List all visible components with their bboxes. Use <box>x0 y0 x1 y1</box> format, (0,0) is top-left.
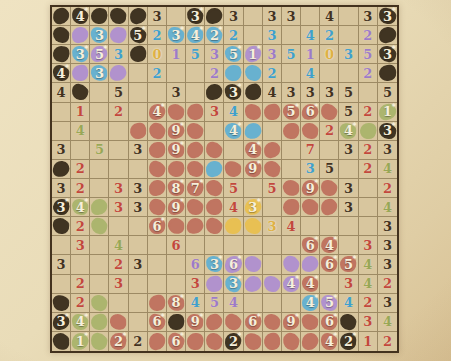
cell-r10-c8[interactable] <box>205 198 224 217</box>
cell-r8-c11[interactable] <box>263 160 282 179</box>
cell-r14-c9[interactable]: 3* <box>224 275 243 294</box>
cell-r5-c3[interactable]: 2 <box>109 103 128 122</box>
cell-r4-c8[interactable] <box>205 83 224 102</box>
cell-r7-c17[interactable]: 3 <box>378 141 397 160</box>
cell-r17-c10[interactable] <box>244 332 263 351</box>
cell-r9-c11[interactable]: 5 <box>263 179 282 198</box>
cell-r7-c15[interactable]: 3 <box>339 141 358 160</box>
cell-r12-c2[interactable] <box>90 236 109 255</box>
cell-r14-c2[interactable] <box>90 275 109 294</box>
cell-r4-c13[interactable]: 3 <box>301 83 320 102</box>
cell-r7-c13[interactable]: 7 <box>301 141 320 160</box>
cell-r16-c1[interactable]: 4* <box>71 313 90 332</box>
cell-r11-c8[interactable] <box>205 217 224 236</box>
cell-r13-c11[interactable] <box>263 255 282 274</box>
cell-r16-c17[interactable]: 4 <box>378 313 397 332</box>
cell-r4-c11[interactable]: 4 <box>263 83 282 102</box>
cell-r13-c7[interactable]: 6 <box>186 255 205 274</box>
cell-r1-c3[interactable] <box>109 26 128 45</box>
cell-r4-c7[interactable] <box>186 83 205 102</box>
cell-r6-c14[interactable]: 2 <box>320 122 339 141</box>
cell-r3-c17[interactable] <box>378 64 397 83</box>
cell-r10-c9[interactable]: 4 <box>224 198 243 217</box>
cell-r11-c16[interactable] <box>359 217 378 236</box>
cell-r6-c6[interactable]: 9* <box>167 122 186 141</box>
cell-r17-c0[interactable] <box>52 332 71 351</box>
cell-r10-c6[interactable]: 9* <box>167 198 186 217</box>
cell-r3-c7[interactable] <box>186 64 205 83</box>
cell-r1-c10[interactable] <box>244 26 263 45</box>
cell-r16-c7[interactable]: 9* <box>186 313 205 332</box>
cell-r16-c9[interactable] <box>224 313 243 332</box>
cell-r7-c16[interactable]: 2 <box>359 141 378 160</box>
cell-r5-c0[interactable] <box>52 103 71 122</box>
cell-r16-c3[interactable] <box>109 313 128 332</box>
cell-r14-c16[interactable]: 4 <box>359 275 378 294</box>
cell-r0-c8[interactable] <box>205 7 224 26</box>
cell-r5-c11[interactable] <box>263 103 282 122</box>
cell-r4-c0[interactable]: 4 <box>52 83 71 102</box>
cell-r11-c7[interactable] <box>186 217 205 236</box>
cell-r11-c13[interactable] <box>301 217 320 236</box>
cell-r2-c15[interactable]: 3 <box>339 45 358 64</box>
cell-r16-c12[interactable]: 9* <box>282 313 301 332</box>
cell-r1-c13[interactable]: 4 <box>301 26 320 45</box>
cell-r0-c1[interactable]: 4* <box>71 7 90 26</box>
cell-r11-c4[interactable] <box>129 217 148 236</box>
cell-r17-c14[interactable]: 4* <box>320 332 339 351</box>
cell-r9-c5[interactable] <box>148 179 167 198</box>
cell-r2-c6[interactable]: 1 <box>167 45 186 64</box>
cell-r8-c9[interactable] <box>224 160 243 179</box>
cell-r7-c2[interactable]: 5 <box>90 141 109 160</box>
cell-r4-c15[interactable]: 5 <box>339 83 358 102</box>
cell-r8-c4[interactable] <box>129 160 148 179</box>
cell-r11-c17[interactable]: 3 <box>378 217 397 236</box>
cell-r12-c12[interactable] <box>282 236 301 255</box>
cell-r2-c17[interactable]: 3* <box>378 45 397 64</box>
cell-r11-c9[interactable] <box>224 217 243 236</box>
cell-r5-c2[interactable] <box>90 103 109 122</box>
cell-r9-c3[interactable]: 3 <box>109 179 128 198</box>
cell-r3-c4[interactable] <box>129 64 148 83</box>
cell-r2-c11[interactable]: 3 <box>263 45 282 64</box>
cell-r13-c1[interactable] <box>71 255 90 274</box>
cell-r16-c5[interactable]: 6* <box>148 313 167 332</box>
cell-r12-c3[interactable]: 4 <box>109 236 128 255</box>
cell-r9-c12[interactable] <box>282 179 301 198</box>
cell-r17-c2[interactable] <box>90 332 109 351</box>
cell-r0-c10[interactable] <box>244 7 263 26</box>
cell-r10-c10[interactable]: 3* <box>244 198 263 217</box>
cell-r2-c16[interactable]: 5 <box>359 45 378 64</box>
cell-r3-c10[interactable] <box>244 64 263 83</box>
cell-r15-c16[interactable]: 2 <box>359 294 378 313</box>
cell-r3-c13[interactable]: 4 <box>301 64 320 83</box>
cell-r11-c5[interactable]: 6* <box>148 217 167 236</box>
cell-r9-c4[interactable]: 3 <box>129 179 148 198</box>
cell-r5-c9[interactable]: 4 <box>224 103 243 122</box>
cell-r12-c10[interactable] <box>244 236 263 255</box>
cell-r7-c8[interactable] <box>205 141 224 160</box>
cell-r11-c15[interactable] <box>339 217 358 236</box>
cell-r5-c1[interactable]: 1 <box>71 103 90 122</box>
cell-r1-c6[interactable]: 3* <box>167 26 186 45</box>
cell-r10-c11[interactable] <box>263 198 282 217</box>
cell-r14-c15[interactable]: 3 <box>339 275 358 294</box>
cell-r10-c4[interactable]: 3 <box>129 198 148 217</box>
cell-r8-c3[interactable] <box>109 160 128 179</box>
cell-r4-c12[interactable]: 3 <box>282 83 301 102</box>
cell-r8-c6[interactable] <box>167 160 186 179</box>
cell-r1-c15[interactable] <box>339 26 358 45</box>
cell-r2-c14[interactable]: 0 <box>320 45 339 64</box>
cell-r1-c16[interactable]: 2 <box>359 26 378 45</box>
cell-r12-c17[interactable]: 3 <box>378 236 397 255</box>
cell-r5-c13[interactable]: 6* <box>301 103 320 122</box>
cell-r0-c0[interactable] <box>52 7 71 26</box>
cell-r14-c1[interactable]: 2 <box>71 275 90 294</box>
cell-r3-c9[interactable] <box>224 64 243 83</box>
cell-r13-c6[interactable] <box>167 255 186 274</box>
cell-r9-c1[interactable]: 2 <box>71 179 90 198</box>
cell-r7-c12[interactable] <box>282 141 301 160</box>
cell-r3-c8[interactable]: 2 <box>205 64 224 83</box>
cell-r8-c16[interactable]: 2 <box>359 160 378 179</box>
cell-r16-c2[interactable] <box>90 313 109 332</box>
cell-r15-c6[interactable]: 8* <box>167 294 186 313</box>
cell-r12-c9[interactable] <box>224 236 243 255</box>
cell-r14-c7[interactable]: 3 <box>186 275 205 294</box>
cell-r13-c3[interactable]: 2 <box>109 255 128 274</box>
cell-r17-c7[interactable] <box>186 332 205 351</box>
cell-r0-c17[interactable]: 3* <box>378 7 397 26</box>
cell-r7-c4[interactable]: 3 <box>129 141 148 160</box>
cell-r6-c12[interactable] <box>282 122 301 141</box>
cell-r10-c14[interactable] <box>320 198 339 217</box>
cell-r0-c16[interactable]: 3 <box>359 7 378 26</box>
cell-r3-c2[interactable]: 3 <box>90 64 109 83</box>
cell-r15-c15[interactable]: 4 <box>339 294 358 313</box>
cell-r6-c2[interactable] <box>90 122 109 141</box>
cell-r5-c4[interactable] <box>129 103 148 122</box>
cell-r2-c1[interactable]: 3* <box>71 45 90 64</box>
cell-r12-c16[interactable]: 3 <box>359 236 378 255</box>
cell-r7-c1[interactable] <box>71 141 90 160</box>
cell-r8-c10[interactable]: 9* <box>244 160 263 179</box>
cell-r3-c16[interactable]: 2 <box>359 64 378 83</box>
cell-r2-c10[interactable]: 1* <box>244 45 263 64</box>
cell-r9-c14[interactable] <box>320 179 339 198</box>
cell-r15-c7[interactable]: 4 <box>186 294 205 313</box>
cell-r17-c16[interactable]: 1 <box>359 332 378 351</box>
cell-r9-c13[interactable]: 9* <box>301 179 320 198</box>
cell-r10-c5[interactable] <box>148 198 167 217</box>
cell-r6-c7[interactable] <box>186 122 205 141</box>
cell-r2-c3[interactable]: 3 <box>109 45 128 64</box>
cell-r1-c12[interactable] <box>282 26 301 45</box>
cell-r8-c15[interactable] <box>339 160 358 179</box>
cell-r12-c8[interactable] <box>205 236 224 255</box>
cell-r15-c4[interactable] <box>129 294 148 313</box>
cell-r1-c8[interactable]: 2* <box>205 26 224 45</box>
cell-r7-c0[interactable]: 3 <box>52 141 71 160</box>
cell-r11-c10[interactable] <box>244 217 263 236</box>
cell-r6-c10[interactable] <box>244 122 263 141</box>
cell-r14-c0[interactable] <box>52 275 71 294</box>
cell-r5-c7[interactable] <box>186 103 205 122</box>
cell-r9-c16[interactable] <box>359 179 378 198</box>
cell-r8-c17[interactable]: 4 <box>378 160 397 179</box>
cell-r17-c17[interactable]: 2 <box>378 332 397 351</box>
cell-r0-c11[interactable]: 3 <box>263 7 282 26</box>
cell-r3-c11[interactable]: 2 <box>263 64 282 83</box>
cell-r16-c14[interactable]: 6* <box>320 313 339 332</box>
cell-r14-c17[interactable]: 2 <box>378 275 397 294</box>
cell-r9-c0[interactable]: 3 <box>52 179 71 198</box>
cell-r1-c0[interactable] <box>52 26 71 45</box>
cell-r14-c8[interactable] <box>205 275 224 294</box>
cell-r7-c5[interactable] <box>148 141 167 160</box>
cell-r4-c6[interactable]: 3 <box>167 83 186 102</box>
cell-r10-c15[interactable]: 3 <box>339 198 358 217</box>
cell-r17-c12[interactable] <box>282 332 301 351</box>
cell-r4-c1[interactable] <box>71 83 90 102</box>
cell-r14-c12[interactable]: 4* <box>282 275 301 294</box>
cell-r8-c7[interactable] <box>186 160 205 179</box>
cell-r15-c13[interactable]: 4* <box>301 294 320 313</box>
cell-r13-c16[interactable]: 4 <box>359 255 378 274</box>
cell-r14-c14[interactable] <box>320 275 339 294</box>
cell-r13-c0[interactable]: 3 <box>52 255 71 274</box>
cell-r9-c15[interactable]: 3 <box>339 179 358 198</box>
cell-r7-c14[interactable] <box>320 141 339 160</box>
cell-r4-c9[interactable]: 3* <box>224 83 243 102</box>
cell-r17-c13[interactable] <box>301 332 320 351</box>
cell-r6-c16[interactable] <box>359 122 378 141</box>
cell-r12-c4[interactable] <box>129 236 148 255</box>
cell-r16-c16[interactable]: 3 <box>359 313 378 332</box>
cell-r3-c14[interactable] <box>320 64 339 83</box>
cell-r0-c6[interactable] <box>167 7 186 26</box>
cell-r7-c9[interactable] <box>224 141 243 160</box>
cell-r17-c4[interactable]: 2 <box>129 332 148 351</box>
cell-r6-c11[interactable] <box>263 122 282 141</box>
cell-r0-c2[interactable] <box>90 7 109 26</box>
cell-r17-c5[interactable] <box>148 332 167 351</box>
cell-r11-c2[interactable] <box>90 217 109 236</box>
cell-r12-c5[interactable] <box>148 236 167 255</box>
cell-r10-c12[interactable] <box>282 198 301 217</box>
cell-r5-c8[interactable]: 3 <box>205 103 224 122</box>
cell-r2-c8[interactable]: 3 <box>205 45 224 64</box>
cell-r10-c7[interactable] <box>186 198 205 217</box>
cell-r4-c14[interactable]: 3 <box>320 83 339 102</box>
cell-r7-c11[interactable] <box>263 141 282 160</box>
cell-r3-c5[interactable]: 2 <box>148 64 167 83</box>
cell-r11-c3[interactable] <box>109 217 128 236</box>
cell-r0-c13[interactable] <box>301 7 320 26</box>
cell-r15-c10[interactable] <box>244 294 263 313</box>
cell-r8-c0[interactable] <box>52 160 71 179</box>
cell-r1-c4[interactable]: 5* <box>129 26 148 45</box>
cell-r17-c15[interactable]: 2* <box>339 332 358 351</box>
cell-r16-c0[interactable]: 3* <box>52 313 71 332</box>
cell-r15-c9[interactable]: 4 <box>224 294 243 313</box>
cell-r1-c11[interactable]: 3 <box>263 26 282 45</box>
cell-r10-c13[interactable] <box>301 198 320 217</box>
cell-r7-c10[interactable]: 4* <box>244 141 263 160</box>
cell-r0-c4[interactable] <box>129 7 148 26</box>
cell-r12-c11[interactable] <box>263 236 282 255</box>
cell-r16-c6[interactable] <box>167 313 186 332</box>
cell-r0-c3[interactable] <box>109 7 128 26</box>
cell-r13-c13[interactable] <box>301 255 320 274</box>
cell-r11-c12[interactable]: 4 <box>282 217 301 236</box>
cell-r5-c17[interactable]: 1* <box>378 103 397 122</box>
cell-r9-c17[interactable]: 2 <box>378 179 397 198</box>
cell-r12-c0[interactable] <box>52 236 71 255</box>
cell-r16-c13[interactable] <box>301 313 320 332</box>
cell-r10-c1[interactable]: 4* <box>71 198 90 217</box>
cell-r6-c5[interactable] <box>148 122 167 141</box>
cell-r1-c5[interactable]: 2 <box>148 26 167 45</box>
cell-r10-c3[interactable]: 3 <box>109 198 128 217</box>
cell-r3-c1[interactable] <box>71 64 90 83</box>
cell-r4-c5[interactable] <box>148 83 167 102</box>
cell-r9-c6[interactable]: 8* <box>167 179 186 198</box>
cell-r0-c15[interactable] <box>339 7 358 26</box>
cell-r16-c8[interactable] <box>205 313 224 332</box>
cell-r4-c4[interactable] <box>129 83 148 102</box>
cell-r11-c14[interactable] <box>320 217 339 236</box>
cell-r6-c3[interactable] <box>109 122 128 141</box>
cell-r0-c5[interactable]: 3 <box>148 7 167 26</box>
cell-r9-c8[interactable] <box>205 179 224 198</box>
cell-r4-c16[interactable] <box>359 83 378 102</box>
cell-r10-c16[interactable] <box>359 198 378 217</box>
cell-r8-c8[interactable] <box>205 160 224 179</box>
cell-r14-c4[interactable] <box>129 275 148 294</box>
cell-r3-c15[interactable] <box>339 64 358 83</box>
cell-r9-c2[interactable] <box>90 179 109 198</box>
cell-r6-c1[interactable]: 4 <box>71 122 90 141</box>
cell-r1-c7[interactable]: 4* <box>186 26 205 45</box>
cell-r0-c12[interactable]: 3 <box>282 7 301 26</box>
cell-r6-c4[interactable] <box>129 122 148 141</box>
cell-r13-c17[interactable]: 3 <box>378 255 397 274</box>
cell-r9-c9[interactable]: 5 <box>224 179 243 198</box>
cell-r11-c0[interactable] <box>52 217 71 236</box>
cell-r13-c4[interactable]: 3 <box>129 255 148 274</box>
cell-r16-c10[interactable]: 6* <box>244 313 263 332</box>
cell-r14-c11[interactable] <box>263 275 282 294</box>
cell-r8-c12[interactable] <box>282 160 301 179</box>
cell-r8-c14[interactable]: 5 <box>320 160 339 179</box>
cell-r15-c17[interactable]: 3 <box>378 294 397 313</box>
cell-r4-c3[interactable]: 5 <box>109 83 128 102</box>
cell-r14-c6[interactable] <box>167 275 186 294</box>
cell-r11-c11[interactable]: 3 <box>263 217 282 236</box>
cell-r17-c11[interactable] <box>263 332 282 351</box>
cell-r5-c5[interactable]: 4* <box>148 103 167 122</box>
cell-r12-c15[interactable] <box>339 236 358 255</box>
cell-r17-c8[interactable] <box>205 332 224 351</box>
cell-r6-c15[interactable]: 4* <box>339 122 358 141</box>
cell-r3-c12[interactable] <box>282 64 301 83</box>
cell-r17-c3[interactable]: 2* <box>109 332 128 351</box>
cell-r2-c7[interactable]: 5 <box>186 45 205 64</box>
cell-r14-c13[interactable]: 4* <box>301 275 320 294</box>
cell-r16-c15[interactable] <box>339 313 358 332</box>
cell-r13-c5[interactable] <box>148 255 167 274</box>
cell-r12-c14[interactable]: 4* <box>320 236 339 255</box>
cell-r12-c7[interactable] <box>186 236 205 255</box>
cell-r13-c15[interactable]: 5* <box>339 255 358 274</box>
cell-r15-c12[interactable] <box>282 294 301 313</box>
cell-r16-c4[interactable] <box>129 313 148 332</box>
cell-r15-c8[interactable]: 5 <box>205 294 224 313</box>
cell-r12-c6[interactable]: 6 <box>167 236 186 255</box>
cell-r8-c5[interactable] <box>148 160 167 179</box>
cell-r14-c5[interactable] <box>148 275 167 294</box>
cell-r13-c10[interactable] <box>244 255 263 274</box>
cell-r6-c9[interactable]: 4* <box>224 122 243 141</box>
cell-r17-c1[interactable]: 1* <box>71 332 90 351</box>
cell-r14-c3[interactable]: 3 <box>109 275 128 294</box>
cell-r6-c0[interactable] <box>52 122 71 141</box>
cell-r16-c11[interactable] <box>263 313 282 332</box>
cell-r17-c9[interactable]: 2* <box>224 332 243 351</box>
cell-r15-c1[interactable]: 2 <box>71 294 90 313</box>
cell-r1-c1[interactable] <box>71 26 90 45</box>
cell-r15-c0[interactable] <box>52 294 71 313</box>
cell-r0-c14[interactable]: 4 <box>320 7 339 26</box>
cell-r15-c5[interactable] <box>148 294 167 313</box>
cell-r7-c7[interactable] <box>186 141 205 160</box>
cell-r13-c9[interactable]: 6* <box>224 255 243 274</box>
cell-r8-c13[interactable]: 3 <box>301 160 320 179</box>
cell-r13-c14[interactable]: 6* <box>320 255 339 274</box>
cell-r1-c9[interactable]: 2 <box>224 26 243 45</box>
cell-r14-c10[interactable] <box>244 275 263 294</box>
cell-r2-c5[interactable]: 0 <box>148 45 167 64</box>
cell-r12-c1[interactable]: 3 <box>71 236 90 255</box>
cell-r15-c11[interactable] <box>263 294 282 313</box>
cell-r5-c14[interactable] <box>320 103 339 122</box>
cell-r13-c8[interactable]: 3* <box>205 255 224 274</box>
cell-r0-c7[interactable]: 3* <box>186 7 205 26</box>
cell-r11-c1[interactable]: 2 <box>71 217 90 236</box>
cell-r8-c2[interactable] <box>90 160 109 179</box>
cell-r9-c7[interactable]: 7* <box>186 179 205 198</box>
cell-r5-c10[interactable] <box>244 103 263 122</box>
cell-r5-c12[interactable]: 5* <box>282 103 301 122</box>
cell-r4-c10[interactable] <box>244 83 263 102</box>
cell-r4-c17[interactable]: 5 <box>378 83 397 102</box>
cell-r1-c17[interactable] <box>378 26 397 45</box>
cell-r7-c3[interactable] <box>109 141 128 160</box>
cell-r6-c8[interactable] <box>205 122 224 141</box>
cell-r6-c13[interactable] <box>301 122 320 141</box>
cell-r2-c2[interactable]: 5* <box>90 45 109 64</box>
cell-r9-c10[interactable] <box>244 179 263 198</box>
cell-r13-c2[interactable] <box>90 255 109 274</box>
cell-r4-c2[interactable] <box>90 83 109 102</box>
cell-r2-c12[interactable]: 5 <box>282 45 301 64</box>
cell-r17-c6[interactable]: 6* <box>167 332 186 351</box>
cell-r5-c15[interactable]: 5 <box>339 103 358 122</box>
